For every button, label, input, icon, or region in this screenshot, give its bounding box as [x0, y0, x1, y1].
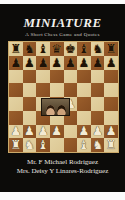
chess-piece-bp: ♟ [79, 56, 90, 68]
board-square: ♜ [104, 42, 118, 56]
chess-piece-bp: ♟ [106, 56, 117, 68]
board-square [104, 70, 118, 84]
board-square [77, 70, 91, 84]
board-square: ♟ [91, 125, 105, 139]
board-square [9, 83, 23, 97]
board-square [77, 111, 91, 125]
author-woman-face [46, 105, 55, 116]
board-square: ♟ [77, 125, 91, 139]
board-square [104, 83, 118, 97]
chess-piece-wp: ♟ [51, 125, 62, 137]
page-title: MINIATURE [0, 15, 125, 31]
chess-piece-wp: ♟ [79, 125, 90, 137]
board-square [36, 70, 50, 84]
chess-piece-wp: ♟ [38, 125, 49, 137]
board-square [64, 70, 78, 84]
board-square: ♜ [9, 138, 23, 152]
chess-piece-br: ♜ [10, 42, 21, 54]
board-square: ♟ [23, 56, 37, 70]
chess-piece-bp: ♟ [24, 56, 35, 68]
author-line-2: Mrs. Deisy Y Linares-Rodriguez [0, 167, 125, 176]
board-square [9, 97, 23, 111]
cover: MINIATURE A Short Chess Game and Quotes … [0, 4, 125, 192]
board-square: ♟ [64, 56, 78, 70]
board-square: ♝ [36, 138, 50, 152]
author-line-1: Mr. F Michael Rodriguez [0, 158, 125, 167]
board-square [23, 111, 37, 125]
chess-piece-wb: ♝ [79, 139, 90, 151]
chess-piece-bk: ♚ [65, 42, 76, 54]
chess-piece-wp: ♟ [24, 125, 35, 137]
chess-piece-bb: ♝ [79, 42, 90, 54]
board-square [64, 125, 78, 139]
board-square [91, 97, 105, 111]
board-square: ♟ [9, 56, 23, 70]
book-cover-page: MINIATURE A Short Chess Game and Quotes … [0, 0, 125, 200]
board-square [104, 97, 118, 111]
chess-piece-wp: ♟ [92, 125, 103, 137]
board-square [23, 97, 37, 111]
authors-photo-inset [41, 98, 70, 116]
board-square: ♞ [91, 42, 105, 56]
chess-piece-wp: ♟ [10, 125, 21, 137]
board-square [50, 83, 64, 97]
board-square [23, 70, 37, 84]
board-square: ♟ [9, 125, 23, 139]
board-square [91, 70, 105, 84]
author-block: Mr. F Michael Rodriguez Mrs. Deisy Y Lin… [0, 158, 125, 176]
board-square: ♟ [104, 125, 118, 139]
chess-piece-bp: ♟ [65, 56, 76, 68]
board-square [50, 138, 64, 152]
chess-piece-bp: ♟ [10, 56, 21, 68]
chess-piece-wp: ♟ [106, 125, 117, 137]
subtitle: A Short Chess Game and Quotes [0, 32, 125, 37]
board-square: ♟ [77, 56, 91, 70]
board-square: ♜ [104, 138, 118, 152]
chess-piece-bp: ♟ [92, 56, 103, 68]
board-square: ♟ [36, 125, 50, 139]
author-man-face [57, 105, 66, 116]
board-square: ♜ [9, 42, 23, 56]
chess-piece-bq: ♛ [51, 42, 62, 54]
board-square [9, 111, 23, 125]
board-square [91, 83, 105, 97]
board-square: ♞ [91, 138, 105, 152]
board-square: ♝ [77, 42, 91, 56]
board-square [36, 83, 50, 97]
board-square: ♞ [23, 42, 37, 56]
board-square: ♟ [36, 56, 50, 70]
board-square: ♚ [64, 42, 78, 56]
board-square [64, 83, 78, 97]
chess-piece-bp: ♟ [38, 56, 49, 68]
board-square [9, 70, 23, 84]
chess-piece-br: ♜ [106, 42, 117, 54]
chess-piece-wr: ♜ [10, 139, 21, 151]
board-square [23, 83, 37, 97]
board-square: ♟ [23, 125, 37, 139]
board-square [77, 97, 91, 111]
board-square [50, 70, 64, 84]
board-square: ♞ [23, 138, 37, 152]
chess-piece-bb: ♝ [38, 42, 49, 54]
chess-piece-bp: ♟ [51, 56, 62, 68]
board-square [91, 111, 105, 125]
board-square [77, 83, 91, 97]
board-square: ♟ [50, 125, 64, 139]
chess-board: ♜♞♝♛♚♝♞♜♟♟♟♟♟♟♟♟♟♟♟♟♟♟♟♟♜♞♝♝♞♜ [8, 41, 119, 153]
chess-piece-wn: ♞ [24, 139, 35, 151]
board-square: ♝ [36, 42, 50, 56]
board-square: ♟ [104, 56, 118, 70]
chess-piece-wr: ♜ [106, 139, 117, 151]
board-square: ♛ [50, 42, 64, 56]
chess-piece-bn: ♞ [24, 42, 35, 54]
board-square: ♟ [50, 56, 64, 70]
chess-piece-wb: ♝ [38, 139, 49, 151]
board-square [64, 138, 78, 152]
board-square: ♟ [91, 56, 105, 70]
board-square [104, 111, 118, 125]
chess-piece-bn: ♞ [92, 42, 103, 54]
chess-piece-wn: ♞ [92, 139, 103, 151]
board-square: ♝ [77, 138, 91, 152]
